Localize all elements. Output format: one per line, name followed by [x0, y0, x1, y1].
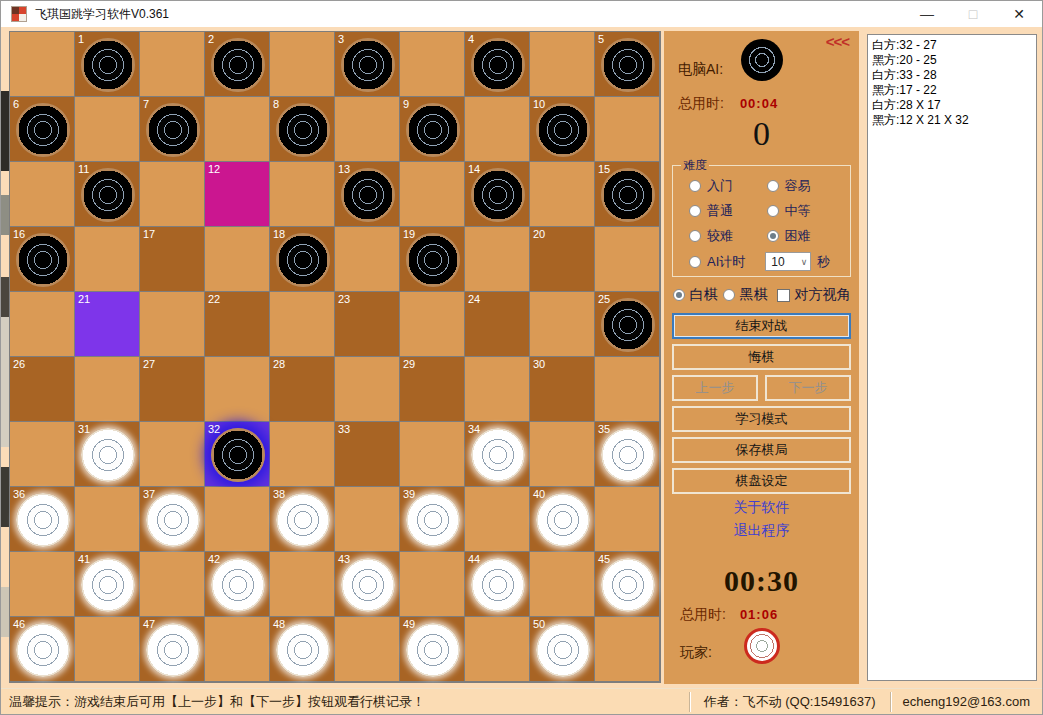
- black-piece[interactable]: [471, 38, 525, 92]
- square-number: 9: [403, 98, 409, 110]
- ai-timer-label: AI计时: [707, 253, 745, 271]
- square-number: 22: [208, 293, 220, 305]
- square-number: 40: [533, 488, 545, 500]
- status-email: echeng192@163.com: [891, 694, 1042, 709]
- square-number: 48: [273, 618, 285, 630]
- difficulty-option[interactable]: 较难: [689, 227, 767, 245]
- square-number: 19: [403, 228, 415, 240]
- black-piece[interactable]: [16, 103, 70, 157]
- light-square: [595, 227, 660, 292]
- square-43[interactable]: 43: [335, 552, 400, 617]
- opponent-view-checkbox[interactable]: [777, 289, 790, 302]
- white-piece[interactable]: [16, 623, 70, 677]
- square-33[interactable]: 33: [335, 422, 400, 487]
- light-square: [75, 617, 140, 682]
- light-square: [140, 162, 205, 227]
- light-square: [140, 422, 205, 487]
- square-number: 28: [273, 358, 285, 370]
- light-square: [205, 487, 270, 552]
- light-square: [270, 32, 335, 97]
- light-square: [205, 617, 270, 682]
- light-square: [400, 552, 465, 617]
- square-37[interactable]: 37: [140, 487, 205, 552]
- square-39[interactable]: 39: [400, 487, 465, 552]
- difficulty-option-label: 普通: [707, 202, 733, 220]
- light-square: [10, 32, 75, 97]
- square-40[interactable]: 40: [530, 487, 595, 552]
- square-35[interactable]: 35: [595, 422, 660, 487]
- light-square: [400, 162, 465, 227]
- white-piece[interactable]: [601, 428, 655, 482]
- radio-icon[interactable]: [767, 230, 779, 242]
- radio-icon[interactable]: [767, 180, 779, 192]
- board: 1234567891011121314151617181920212223242…: [9, 31, 661, 683]
- light-square: [75, 357, 140, 422]
- square-number: 15: [598, 163, 610, 175]
- square-number: 34: [468, 423, 480, 435]
- black-piece[interactable]: [601, 168, 655, 222]
- radio-icon[interactable]: [767, 205, 779, 217]
- light-square: [140, 552, 205, 617]
- ai-time-value: 10: [771, 255, 784, 269]
- square-48[interactable]: 48: [270, 617, 335, 682]
- square-number: 27: [143, 358, 155, 370]
- light-square: [595, 97, 660, 162]
- radio-icon[interactable]: [689, 205, 701, 217]
- light-square: [465, 227, 530, 292]
- light-square: [75, 227, 140, 292]
- ai-black-piece-icon: [741, 39, 783, 81]
- board-setup-button[interactable]: 棋盘设定: [672, 468, 851, 494]
- black-piece[interactable]: [146, 103, 200, 157]
- side-option[interactable]: 白棋: [673, 286, 718, 304]
- square-13[interactable]: 13: [335, 162, 400, 227]
- square-23[interactable]: 23: [335, 292, 400, 357]
- control-panel: <<< 电脑AI: 总用时: 00:04 0 难度 入门容易普通中等较难困难 A…: [664, 31, 859, 684]
- move-entry: 黑方:17 - 22: [872, 83, 1032, 98]
- white-piece[interactable]: [81, 428, 135, 482]
- side-option-label: 黑棋: [740, 286, 768, 304]
- difficulty-option-label: 入门: [707, 177, 733, 195]
- title-bar: 飞琪国跳学习软件V0.361 — □ ✕: [1, 1, 1042, 27]
- ai-total-time-value: 00:04: [740, 96, 778, 111]
- square-50[interactable]: 50: [530, 617, 595, 682]
- light-square: [400, 422, 465, 487]
- square-number: 42: [208, 553, 220, 565]
- side-option-label: 白棋: [690, 286, 718, 304]
- main-content: 1234567891011121314151617181920212223242…: [1, 27, 1042, 690]
- light-square: [465, 487, 530, 552]
- black-piece[interactable]: [341, 168, 395, 222]
- difficulty-option-label: 困难: [785, 227, 811, 245]
- opponent-view-label: 对方视角: [795, 286, 851, 304]
- ai-score: 0: [664, 115, 859, 153]
- square-number: 5: [598, 33, 604, 45]
- difficulty-option[interactable]: 困难: [767, 227, 845, 245]
- square-15[interactable]: 15: [595, 162, 660, 227]
- square-number: 6: [13, 98, 19, 110]
- exit-link[interactable]: 退出程序: [664, 522, 859, 540]
- white-piece[interactable]: [406, 623, 460, 677]
- square-number: 10: [533, 98, 545, 110]
- square-3[interactable]: 3: [335, 32, 400, 97]
- square-21[interactable]: 21: [75, 292, 140, 357]
- status-author: 作者：飞不动 (QQ:15491637): [690, 693, 890, 711]
- square-16[interactable]: 16: [10, 227, 75, 292]
- square-number: 37: [143, 488, 155, 500]
- light-square: [10, 162, 75, 227]
- light-square: [10, 292, 75, 357]
- square-number: 39: [403, 488, 415, 500]
- square-28[interactable]: 28: [270, 357, 335, 422]
- square-number: 38: [273, 488, 285, 500]
- light-square: [270, 292, 335, 357]
- status-bar: 温馨提示：游戏结束后可用【上一步】和【下一步】按钮观看行棋记录！ 作者：飞不动 …: [1, 688, 1042, 714]
- player-label: 玩家:: [680, 644, 712, 662]
- app-window: 飞琪国跳学习软件V0.361 — □ ✕ 1234567891011121314…: [0, 0, 1043, 715]
- light-square: [75, 487, 140, 552]
- ai-time-dropdown[interactable]: 10 ∨: [765, 252, 811, 271]
- light-square: [140, 292, 205, 357]
- white-piece[interactable]: [536, 493, 590, 547]
- white-piece[interactable]: [276, 493, 330, 547]
- square-number: 23: [338, 293, 350, 305]
- move-entry: 白方:32 - 27: [872, 38, 1032, 53]
- end-match-button[interactable]: 结束对战: [672, 313, 851, 339]
- square-4[interactable]: 4: [465, 32, 530, 97]
- difficulty-group: 难度 入门容易普通中等较难困难 AI计时 10 ∨ 秒: [672, 157, 851, 277]
- square-number: 13: [338, 163, 350, 175]
- square-25[interactable]: 25: [595, 292, 660, 357]
- square-41[interactable]: 41: [75, 552, 140, 617]
- black-piece[interactable]: [81, 168, 135, 222]
- white-piece[interactable]: [471, 428, 525, 482]
- player-move-timer: 00:30: [664, 564, 859, 598]
- square-number: 50: [533, 618, 545, 630]
- black-piece[interactable]: [601, 38, 655, 92]
- difficulty-option[interactable]: 入门: [689, 177, 767, 195]
- move-entry: 黑方:20 - 25: [872, 53, 1032, 68]
- square-number: 14: [468, 163, 480, 175]
- light-square: [335, 617, 400, 682]
- light-square: [595, 357, 660, 422]
- square-2[interactable]: 2: [205, 32, 270, 97]
- ai-time-unit: 秒: [817, 253, 830, 271]
- white-piece[interactable]: [536, 623, 590, 677]
- side-select-row: 白棋黑棋 对方视角: [670, 286, 853, 304]
- move-entry: 白方:33 - 28: [872, 68, 1032, 83]
- chevron-down-icon: ∨: [801, 257, 808, 267]
- square-32[interactable]: 32: [205, 422, 270, 487]
- light-square: [205, 227, 270, 292]
- radio-icon[interactable]: [673, 289, 685, 301]
- black-piece[interactable]: [16, 233, 70, 287]
- close-button[interactable]: ✕: [996, 1, 1042, 27]
- square-26[interactable]: 26: [10, 357, 75, 422]
- white-piece[interactable]: [211, 558, 265, 612]
- radio-icon[interactable]: [689, 230, 701, 242]
- ai-total-time-label: 总用时:: [678, 95, 724, 113]
- difficulty-legend: 难度: [681, 157, 709, 174]
- square-42[interactable]: 42: [205, 552, 270, 617]
- square-number: 12: [208, 163, 220, 175]
- radio-icon[interactable]: [723, 289, 735, 301]
- square-number: 47: [143, 618, 155, 630]
- light-square: [400, 292, 465, 357]
- square-7[interactable]: 7: [140, 97, 205, 162]
- about-link[interactable]: 关于软件: [664, 499, 859, 517]
- square-number: 44: [468, 553, 480, 565]
- square-6[interactable]: 6: [10, 97, 75, 162]
- square-34[interactable]: 34: [465, 422, 530, 487]
- square-17[interactable]: 17: [140, 227, 205, 292]
- prev-step-button[interactable]: 上一步: [672, 375, 758, 401]
- square-44[interactable]: 44: [465, 552, 530, 617]
- square-number: 32: [208, 423, 220, 435]
- square-46[interactable]: 46: [10, 617, 75, 682]
- white-piece[interactable]: [146, 623, 200, 677]
- square-24[interactable]: 24: [465, 292, 530, 357]
- square-number: 1: [78, 33, 84, 45]
- square-14[interactable]: 14: [465, 162, 530, 227]
- difficulty-option[interactable]: 容易: [767, 177, 845, 195]
- black-piece[interactable]: [211, 38, 265, 92]
- difficulty-option[interactable]: 普通: [689, 202, 767, 220]
- square-number: 2: [208, 33, 214, 45]
- light-square: [10, 552, 75, 617]
- square-22[interactable]: 22: [205, 292, 270, 357]
- square-number: 16: [13, 228, 25, 240]
- maximize-button: □: [950, 1, 996, 27]
- learn-mode-button[interactable]: 学习模式: [672, 406, 851, 432]
- square-29[interactable]: 29: [400, 357, 465, 422]
- square-38[interactable]: 38: [270, 487, 335, 552]
- white-piece[interactable]: [471, 558, 525, 612]
- square-47[interactable]: 47: [140, 617, 205, 682]
- square-31[interactable]: 31: [75, 422, 140, 487]
- square-12[interactable]: 12: [205, 162, 270, 227]
- square-number: 31: [78, 423, 90, 435]
- light-square: [205, 97, 270, 162]
- light-square: [530, 552, 595, 617]
- black-piece[interactable]: [406, 233, 460, 287]
- square-number: 30: [533, 358, 545, 370]
- light-square: [10, 422, 75, 487]
- square-5[interactable]: 5: [595, 32, 660, 97]
- square-45[interactable]: 45: [595, 552, 660, 617]
- square-11[interactable]: 11: [75, 162, 140, 227]
- square-number: 11: [78, 163, 89, 175]
- ai-timer-radio[interactable]: [689, 256, 701, 268]
- black-piece[interactable]: [406, 103, 460, 157]
- square-number: 26: [13, 358, 25, 370]
- square-8[interactable]: 8: [270, 97, 335, 162]
- light-square: [530, 422, 595, 487]
- black-piece[interactable]: [341, 38, 395, 92]
- light-square: [205, 357, 270, 422]
- move-entry: 黑方:12 X 21 X 32: [872, 113, 1032, 128]
- move-list[interactable]: 白方:32 - 27黑方:20 - 25白方:33 - 28黑方:17 - 22…: [867, 34, 1037, 681]
- light-square: [465, 97, 530, 162]
- white-piece[interactable]: [406, 493, 460, 547]
- black-piece[interactable]: [536, 103, 590, 157]
- square-number: 8: [273, 98, 279, 110]
- square-36[interactable]: 36: [10, 487, 75, 552]
- ai-label: 电脑AI:: [678, 61, 723, 79]
- white-piece[interactable]: [16, 493, 70, 547]
- light-square: [270, 162, 335, 227]
- square-number: 7: [143, 98, 149, 110]
- light-square: [530, 292, 595, 357]
- black-piece[interactable]: [276, 233, 330, 287]
- background-artifact: [1, 27, 9, 690]
- light-square: [595, 487, 660, 552]
- black-piece[interactable]: [81, 38, 135, 92]
- difficulty-grid: 入门容易普通中等较难困难: [679, 175, 844, 245]
- white-piece[interactable]: [276, 623, 330, 677]
- light-square: [595, 617, 660, 682]
- square-number: 46: [13, 618, 25, 630]
- black-piece[interactable]: [276, 103, 330, 157]
- light-square: [270, 422, 335, 487]
- square-number: 20: [533, 228, 545, 240]
- square-number: 25: [598, 293, 610, 305]
- black-piece[interactable]: [471, 168, 525, 222]
- square-number: 49: [403, 618, 415, 630]
- square-9[interactable]: 9: [400, 97, 465, 162]
- square-10[interactable]: 10: [530, 97, 595, 162]
- square-number: 18: [273, 228, 285, 240]
- square-number: 24: [468, 293, 480, 305]
- black-piece[interactable]: [211, 428, 265, 482]
- white-piece[interactable]: [341, 558, 395, 612]
- square-number: 29: [403, 358, 415, 370]
- square-number: 41: [78, 553, 90, 565]
- player-total-time-label: 总用时:: [680, 606, 726, 624]
- square-number: 17: [143, 228, 155, 240]
- square-number: 3: [338, 33, 344, 45]
- square-number: 36: [13, 488, 25, 500]
- light-square: [530, 162, 595, 227]
- white-piece[interactable]: [601, 558, 655, 612]
- square-number: 43: [338, 553, 350, 565]
- square-19[interactable]: 19: [400, 227, 465, 292]
- difficulty-option-label: 较难: [707, 227, 733, 245]
- player-white-piece-icon: [744, 628, 780, 664]
- light-square: [270, 552, 335, 617]
- light-square: [465, 617, 530, 682]
- black-piece[interactable]: [601, 298, 655, 352]
- app-icon: [11, 6, 27, 22]
- light-square: [140, 32, 205, 97]
- square-number: 45: [598, 553, 610, 565]
- square-49[interactable]: 49: [400, 617, 465, 682]
- square-number: 4: [468, 33, 474, 45]
- square-18[interactable]: 18: [270, 227, 335, 292]
- move-entry: 白方:28 X 17: [872, 98, 1032, 113]
- light-square: [465, 357, 530, 422]
- square-20[interactable]: 20: [530, 227, 595, 292]
- save-game-button[interactable]: 保存棋局: [672, 437, 851, 463]
- square-1[interactable]: 1: [75, 32, 140, 97]
- window-title: 飞琪国跳学习软件V0.361: [35, 6, 169, 23]
- square-number: 21: [78, 293, 90, 305]
- difficulty-option[interactable]: 中等: [767, 202, 845, 220]
- square-27[interactable]: 27: [140, 357, 205, 422]
- undo-button[interactable]: 悔棋: [672, 344, 851, 370]
- square-number: 35: [598, 423, 610, 435]
- next-step-button[interactable]: 下一步: [765, 375, 851, 401]
- white-piece[interactable]: [81, 558, 135, 612]
- light-square: [335, 227, 400, 292]
- minimize-button[interactable]: —: [904, 1, 950, 27]
- white-piece[interactable]: [146, 493, 200, 547]
- square-number: 33: [338, 423, 350, 435]
- light-square: [335, 97, 400, 162]
- light-square: [530, 32, 595, 97]
- radio-icon[interactable]: [689, 180, 701, 192]
- light-square: [335, 487, 400, 552]
- square-30[interactable]: 30: [530, 357, 595, 422]
- status-tip: 温馨提示：游戏结束后可用【上一步】和【下一步】按钮观看行棋记录！: [1, 693, 689, 711]
- player-total-time-value: 01:06: [740, 607, 778, 622]
- light-square: [335, 357, 400, 422]
- side-option[interactable]: 黑棋: [723, 286, 768, 304]
- light-square: [400, 32, 465, 97]
- difficulty-option-label: 容易: [785, 177, 811, 195]
- light-square: [75, 97, 140, 162]
- difficulty-option-label: 中等: [785, 202, 811, 220]
